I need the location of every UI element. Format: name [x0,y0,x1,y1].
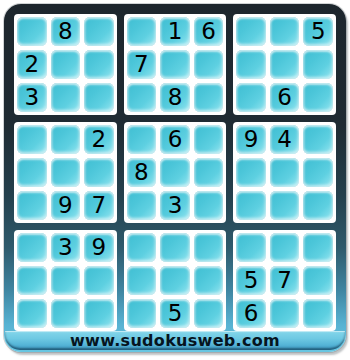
cell-r9c9[interactable] [303,299,333,328]
cell-r2c3[interactable] [84,50,114,79]
cell-r6c8[interactable] [270,191,300,220]
board-frame: 82316785629768394395576 www.sudokusweb.c… [4,4,346,352]
cell-r1c1[interactable] [17,17,47,46]
footer-bar: www.sudokusweb.com [5,331,345,350]
cell-r6c2[interactable]: 9 [51,191,81,220]
box-2: 1678 [124,14,227,115]
cell-r3c3[interactable] [84,83,114,112]
cell-r3c1[interactable]: 3 [17,83,47,112]
cell-r6c6[interactable] [194,191,224,220]
cell-r4c8[interactable]: 4 [270,125,300,154]
cell-r5c9[interactable] [303,158,333,187]
cell-r9c1[interactable] [17,299,47,328]
cell-r7c2[interactable]: 3 [51,233,81,262]
cell-r6c3[interactable]: 7 [84,191,114,220]
box-1: 823 [14,14,117,115]
cell-r2c5[interactable] [160,50,190,79]
cell-r8c2[interactable] [51,266,81,295]
cell-r3c2[interactable] [51,83,81,112]
cell-r6c7[interactable] [236,191,266,220]
cell-r4c6[interactable] [194,125,224,154]
cell-r1c5[interactable]: 1 [160,17,190,46]
cell-r7c3[interactable]: 9 [84,233,114,262]
cell-r3c6[interactable] [194,83,224,112]
cell-r2c7[interactable] [236,50,266,79]
cell-r6c5[interactable]: 3 [160,191,190,220]
cell-r9c6[interactable] [194,299,224,328]
cell-r7c5[interactable] [160,233,190,262]
cell-r4c1[interactable] [17,125,47,154]
cell-r2c9[interactable] [303,50,333,79]
cell-r9c8[interactable] [270,299,300,328]
cell-r3c7[interactable] [236,83,266,112]
cell-r6c1[interactable] [17,191,47,220]
cell-r5c2[interactable] [51,158,81,187]
cell-r2c8[interactable] [270,50,300,79]
cell-r9c4[interactable] [127,299,157,328]
cell-r4c5[interactable]: 6 [160,125,190,154]
cell-r8c3[interactable] [84,266,114,295]
sudoku-board: 82316785629768394395576 [4,4,346,331]
cell-r5c6[interactable] [194,158,224,187]
cell-r5c8[interactable] [270,158,300,187]
cell-r4c9[interactable] [303,125,333,154]
cell-r5c4[interactable]: 8 [127,158,157,187]
cell-r5c7[interactable] [236,158,266,187]
cell-r3c9[interactable] [303,83,333,112]
cell-r2c6[interactable] [194,50,224,79]
cell-r8c7[interactable]: 5 [236,266,266,295]
cell-r7c6[interactable] [194,233,224,262]
cell-r9c7[interactable]: 6 [236,299,266,328]
box-8: 5 [124,230,227,331]
cell-r9c5[interactable]: 5 [160,299,190,328]
cell-r4c4[interactable] [127,125,157,154]
cell-r1c3[interactable] [84,17,114,46]
cell-r2c4[interactable]: 7 [127,50,157,79]
cell-r2c1[interactable]: 2 [17,50,47,79]
cell-r8c6[interactable] [194,266,224,295]
cell-r1c9[interactable]: 5 [303,17,333,46]
box-9: 576 [233,230,336,331]
cell-r2c2[interactable] [51,50,81,79]
cell-r1c7[interactable] [236,17,266,46]
cell-r7c1[interactable] [17,233,47,262]
cell-r5c5[interactable] [160,158,190,187]
cell-r9c3[interactable] [84,299,114,328]
box-3: 56 [233,14,336,115]
cell-r4c2[interactable] [51,125,81,154]
box-4: 297 [14,122,117,223]
cell-r1c6[interactable]: 6 [194,17,224,46]
cell-r6c9[interactable] [303,191,333,220]
cell-r1c8[interactable] [270,17,300,46]
cell-r8c8[interactable]: 7 [270,266,300,295]
cell-r8c4[interactable] [127,266,157,295]
cell-r1c2[interactable]: 8 [51,17,81,46]
cell-r7c4[interactable] [127,233,157,262]
cell-r5c3[interactable] [84,158,114,187]
cell-r3c4[interactable] [127,83,157,112]
cell-r8c1[interactable] [17,266,47,295]
cell-r3c8[interactable]: 6 [270,83,300,112]
cell-r8c9[interactable] [303,266,333,295]
cell-r4c3[interactable]: 2 [84,125,114,154]
cell-r1c4[interactable] [127,17,157,46]
site-url[interactable]: www.sudokusweb.com [70,331,280,350]
cell-r6c4[interactable] [127,191,157,220]
cell-r4c7[interactable]: 9 [236,125,266,154]
cell-r8c5[interactable] [160,266,190,295]
cell-r7c8[interactable] [270,233,300,262]
box-5: 683 [124,122,227,223]
box-7: 39 [14,230,117,331]
cell-r3c5[interactable]: 8 [160,83,190,112]
cell-r9c2[interactable] [51,299,81,328]
cell-r7c9[interactable] [303,233,333,262]
cell-r7c7[interactable] [236,233,266,262]
cell-r5c1[interactable] [17,158,47,187]
box-6: 94 [233,122,336,223]
